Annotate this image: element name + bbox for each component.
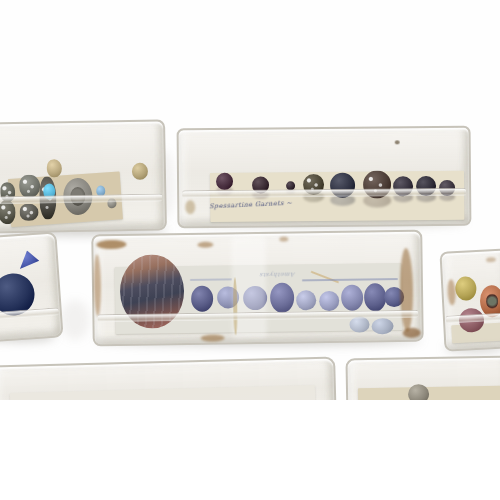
gem-wire-tassel	[47, 159, 62, 177]
rust-stain	[96, 240, 126, 249]
gem-gold-coin	[132, 163, 148, 180]
rust-stain	[403, 328, 421, 338]
gem-orange-eye-agate-center	[485, 293, 498, 310]
rust-stain	[197, 242, 213, 248]
rust-stain	[395, 140, 400, 144]
gem-marcasite-cluster-c	[19, 204, 38, 221]
rust-stain	[94, 254, 102, 316]
plastic-box-bottom-left-empty	[0, 357, 337, 400]
rust-stain	[201, 334, 225, 341]
box-lid-seam	[0, 193, 163, 204]
rust-stain	[399, 248, 413, 332]
gem-yellow-cabochon	[455, 276, 477, 301]
plastic-box-spessartine-garnets: Spessartine Garnets ~	[177, 126, 472, 229]
plastic-box-marcasite-jewellery	[0, 119, 167, 233]
gem-amethyst-8	[364, 283, 386, 311]
rust-stain	[279, 237, 288, 242]
rust-stain	[185, 200, 195, 214]
screenshot-root: Spessartine Garnets ~Amethysts	[0, 0, 500, 500]
gem-amethyst-1	[191, 286, 213, 312]
plastic-box-blue-stones	[0, 231, 64, 342]
specimen-card	[10, 385, 316, 400]
handwritten-label-amethysts: Amethysts	[260, 271, 296, 277]
box-lid-seam	[445, 312, 500, 323]
gem-grey-coin	[408, 384, 429, 400]
gem-pale-blue-stone-b	[371, 318, 393, 334]
gem-amethyst-4	[270, 282, 294, 312]
gem-amethyst-7	[341, 285, 363, 311]
photograph-of-gem-boxes: Spessartine Garnets ~Amethysts	[0, 0, 500, 400]
box-shadow-blob	[60, 300, 90, 340]
gem-marcasite-brooch	[19, 175, 40, 198]
rust-stain	[486, 257, 496, 263]
gem-amethyst-5	[296, 290, 316, 310]
plastic-box-bottom-right-coin	[345, 356, 500, 400]
plastic-box-amethysts: Amethysts	[91, 230, 424, 347]
gem-blue-faceted-stone	[16, 250, 39, 269]
rust-stain	[447, 279, 456, 305]
plastic-box-mixed-cabochons	[439, 248, 500, 352]
